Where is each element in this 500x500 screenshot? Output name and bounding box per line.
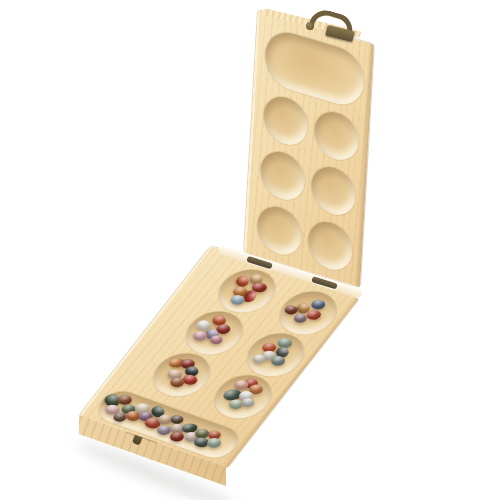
gem-stone bbox=[309, 298, 328, 311]
product-photo-scene bbox=[0, 0, 500, 500]
lid-pit-left-1[interactable] bbox=[262, 92, 309, 151]
lid-pit-right-1[interactable] bbox=[313, 107, 360, 166]
gem-stone bbox=[205, 436, 224, 449]
lid-pit-left-2[interactable] bbox=[259, 146, 306, 205]
clasp-hook bbox=[300, 5, 370, 50]
lid-pit-right-2[interactable] bbox=[310, 161, 357, 220]
lid-pit-left-3[interactable] bbox=[256, 201, 303, 260]
board-lid-half bbox=[244, 10, 374, 287]
clasp-hook-knob bbox=[306, 22, 314, 30]
gem-stone bbox=[305, 310, 323, 321]
lid-pit-right-3[interactable] bbox=[307, 216, 354, 275]
lid-pit-grid bbox=[252, 86, 364, 280]
